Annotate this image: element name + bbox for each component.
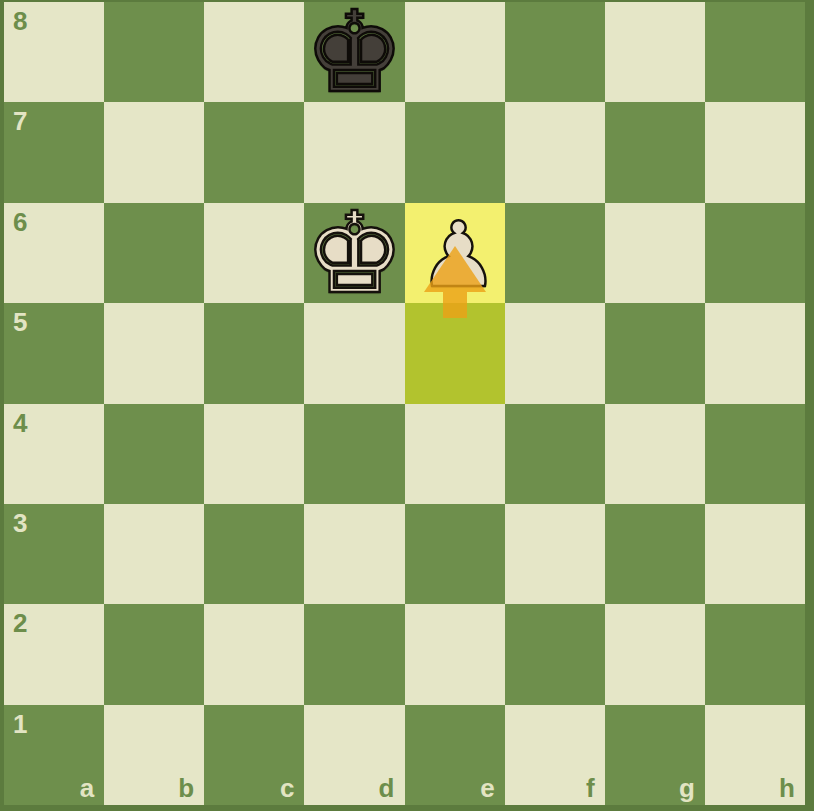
piece-white-pawn-e6[interactable]: ♟: [409, 205, 509, 305]
rank-label-8: 8: [13, 8, 27, 34]
square-c7[interactable]: [204, 102, 304, 202]
square-h1[interactable]: h: [705, 705, 805, 805]
square-g2[interactable]: [605, 604, 705, 704]
square-h4[interactable]: [705, 404, 805, 504]
square-a3[interactable]: 3: [4, 504, 104, 604]
square-e8[interactable]: [405, 2, 505, 102]
square-g4[interactable]: [605, 404, 705, 504]
square-a1[interactable]: 1a: [4, 705, 104, 805]
square-g3[interactable]: [605, 504, 705, 604]
square-h5[interactable]: [705, 303, 805, 403]
chess-board-app: 8♚76♚♟54321abcdefgh: [0, 0, 814, 811]
square-a5[interactable]: 5: [4, 303, 104, 403]
square-c8[interactable]: [204, 2, 304, 102]
square-a8[interactable]: 8: [4, 2, 104, 102]
square-e4[interactable]: [405, 404, 505, 504]
square-f4[interactable]: [505, 404, 605, 504]
rank-label-1: 1: [13, 711, 27, 737]
square-b1[interactable]: b: [104, 705, 204, 805]
square-g5[interactable]: [605, 303, 705, 403]
square-a6[interactable]: 6: [4, 203, 104, 303]
square-e7[interactable]: [405, 102, 505, 202]
square-f2[interactable]: [505, 604, 605, 704]
square-c6[interactable]: [204, 203, 304, 303]
rank-label-5: 5: [13, 309, 27, 335]
square-b6[interactable]: [104, 203, 204, 303]
file-label-e: e: [480, 775, 494, 801]
square-e1[interactable]: e: [405, 705, 505, 805]
square-f3[interactable]: [505, 504, 605, 604]
square-e5-highlighted[interactable]: [405, 303, 505, 403]
file-label-d: d: [379, 775, 395, 801]
square-f8[interactable]: [505, 2, 605, 102]
square-h8[interactable]: [705, 2, 805, 102]
square-f5[interactable]: [505, 303, 605, 403]
square-d6[interactable]: ♚: [304, 203, 404, 303]
square-h2[interactable]: [705, 604, 805, 704]
square-e3[interactable]: [405, 504, 505, 604]
file-label-b: b: [178, 775, 194, 801]
piece-black-king-d8[interactable]: ♚: [304, 2, 404, 102]
square-b7[interactable]: [104, 102, 204, 202]
square-d3[interactable]: [304, 504, 404, 604]
square-h3[interactable]: [705, 504, 805, 604]
square-f1[interactable]: f: [505, 705, 605, 805]
square-f6[interactable]: [505, 203, 605, 303]
square-h6[interactable]: [705, 203, 805, 303]
square-b5[interactable]: [104, 303, 204, 403]
square-c2[interactable]: [204, 604, 304, 704]
square-a4[interactable]: 4: [4, 404, 104, 504]
file-label-f: f: [586, 775, 595, 801]
square-g1[interactable]: g: [605, 705, 705, 805]
rank-label-2: 2: [13, 610, 27, 636]
square-e2[interactable]: [405, 604, 505, 704]
rank-label-7: 7: [13, 108, 27, 134]
square-g6[interactable]: [605, 203, 705, 303]
square-g7[interactable]: [605, 102, 705, 202]
rank-label-4: 4: [13, 410, 27, 436]
square-b8[interactable]: [104, 2, 204, 102]
chess-board: 8♚76♚♟54321abcdefgh: [4, 2, 805, 805]
square-c1[interactable]: c: [204, 705, 304, 805]
file-label-h: h: [779, 775, 795, 801]
piece-white-king-d6[interactable]: ♚: [304, 203, 404, 303]
square-d8[interactable]: ♚: [304, 2, 404, 102]
square-c5[interactable]: [204, 303, 304, 403]
square-g8[interactable]: [605, 2, 705, 102]
square-d5[interactable]: [304, 303, 404, 403]
square-f7[interactable]: [505, 102, 605, 202]
rank-label-6: 6: [13, 209, 27, 235]
file-label-c: c: [280, 775, 294, 801]
square-e6-highlighted[interactable]: ♟: [405, 203, 505, 303]
square-h7[interactable]: [705, 102, 805, 202]
square-d2[interactable]: [304, 604, 404, 704]
file-label-a: a: [80, 775, 94, 801]
square-b3[interactable]: [104, 504, 204, 604]
square-a2[interactable]: 2: [4, 604, 104, 704]
square-c4[interactable]: [204, 404, 304, 504]
square-d4[interactable]: [304, 404, 404, 504]
rank-label-3: 3: [13, 510, 27, 536]
square-a7[interactable]: 7: [4, 102, 104, 202]
square-b2[interactable]: [104, 604, 204, 704]
square-b4[interactable]: [104, 404, 204, 504]
square-d1[interactable]: d: [304, 705, 404, 805]
square-c3[interactable]: [204, 504, 304, 604]
file-label-g: g: [679, 775, 695, 801]
